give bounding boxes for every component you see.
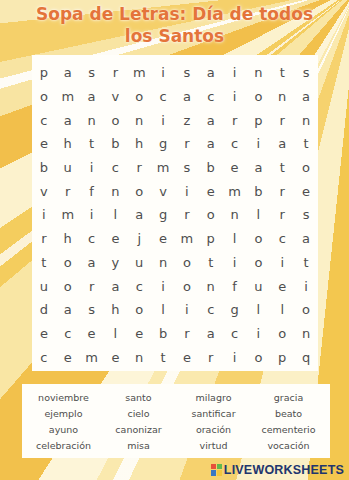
- grid-cell[interactable]: b: [151, 322, 175, 346]
- grid-cell[interactable]: o: [199, 203, 223, 227]
- grid-cell[interactable]: a: [104, 274, 128, 298]
- grid-cell[interactable]: c: [223, 322, 247, 346]
- grid-cell[interactable]: h: [56, 227, 80, 251]
- grid-cell[interactable]: e: [32, 322, 56, 346]
- grid-cell[interactable]: n: [199, 274, 223, 298]
- grid-cell[interactable]: e: [270, 274, 294, 298]
- grid-cell[interactable]: o: [127, 85, 151, 109]
- grid-cell[interactable]: f: [223, 274, 247, 298]
- grid-cell[interactable]: c: [32, 345, 56, 369]
- grid-cell[interactable]: m: [151, 156, 175, 180]
- grid-cell[interactable]: a: [80, 85, 104, 109]
- grid-cell[interactable]: r: [56, 179, 80, 203]
- grid-cell[interactable]: o: [32, 85, 56, 109]
- grid-cell[interactable]: n: [127, 345, 151, 369]
- grid-cell[interactable]: a: [80, 251, 104, 275]
- grid-cell[interactable]: r: [199, 345, 223, 369]
- grid-cell[interactable]: i: [247, 322, 271, 346]
- grid-cell[interactable]: a: [199, 132, 223, 156]
- grid-cell[interactable]: s: [175, 156, 199, 180]
- grid-cell[interactable]: h: [127, 132, 151, 156]
- grid-cell[interactable]: s: [80, 298, 104, 322]
- grid-cell[interactable]: r: [127, 156, 151, 180]
- grid-cell[interactable]: i: [175, 298, 199, 322]
- grid-cell[interactable]: r: [32, 227, 56, 251]
- grid-cell[interactable]: m: [127, 61, 151, 85]
- grid-cell[interactable]: o: [270, 322, 294, 346]
- page-title: Sopa de Letras: Día de todos los Santos: [29, 4, 321, 48]
- grid-cell[interactable]: i: [247, 132, 271, 156]
- grid-cell[interactable]: n: [223, 203, 247, 227]
- grid-cell[interactable]: g: [151, 203, 175, 227]
- grid-cell[interactable]: q: [294, 345, 318, 369]
- grid-cell[interactable]: c: [199, 298, 223, 322]
- grid-cell[interactable]: m: [223, 179, 247, 203]
- grid-cell[interactable]: n: [270, 85, 294, 109]
- grid-cell[interactable]: t: [32, 251, 56, 275]
- grid-cell[interactable]: c: [80, 227, 104, 251]
- grid-cell[interactable]: a: [56, 61, 80, 85]
- grid-cell[interactable]: e: [175, 345, 199, 369]
- grid-cell[interactable]: g: [151, 132, 175, 156]
- grid-cell[interactable]: c: [199, 85, 223, 109]
- grid-cell[interactable]: l: [223, 227, 247, 251]
- grid-cell[interactable]: e: [56, 345, 80, 369]
- grid-cell[interactable]: e: [151, 227, 175, 251]
- grid-cell[interactable]: e: [104, 345, 128, 369]
- grid-cell[interactable]: b: [32, 156, 56, 180]
- grid-cell[interactable]: y: [104, 251, 128, 275]
- logo-text: LIVEWORKSHEETS: [224, 463, 344, 477]
- word-list-item: ejemplo: [26, 408, 101, 419]
- grid-cell[interactable]: p: [247, 108, 271, 132]
- grid-cell[interactable]: h: [104, 298, 128, 322]
- grid-cell[interactable]: e: [199, 179, 223, 203]
- grid-cell[interactable]: i: [151, 108, 175, 132]
- word-list-item: santificar: [176, 408, 251, 419]
- grid-cell[interactable]: a: [270, 132, 294, 156]
- grid-cell[interactable]: v: [32, 179, 56, 203]
- grid-cell[interactable]: l: [247, 203, 271, 227]
- logo-icon-square: [211, 470, 216, 476]
- grid-cell[interactable]: o: [294, 298, 318, 322]
- grid-cell[interactable]: v: [104, 85, 128, 109]
- word-list: noviembresantomilagrograciaejemplocielos…: [22, 384, 330, 455]
- grid-cell[interactable]: i: [151, 61, 175, 85]
- grid-cell[interactable]: n: [151, 251, 175, 275]
- grid-cell[interactable]: i: [32, 203, 56, 227]
- grid-cell[interactable]: u: [127, 251, 151, 275]
- word-list-item: vocación: [251, 440, 326, 451]
- grid-cell[interactable]: a: [199, 61, 223, 85]
- grid-cell[interactable]: p: [32, 61, 56, 85]
- grid-cell[interactable]: o: [247, 345, 271, 369]
- grid-cell[interactable]: i: [270, 251, 294, 275]
- grid-cell[interactable]: p: [199, 227, 223, 251]
- grid-cell[interactable]: i: [151, 274, 175, 298]
- grid-cell[interactable]: i: [223, 61, 247, 85]
- word-list-item: oración: [176, 424, 251, 435]
- grid-cell[interactable]: a: [56, 108, 80, 132]
- grid-cell[interactable]: n: [127, 108, 151, 132]
- grid-cell[interactable]: r: [175, 132, 199, 156]
- grid-cell[interactable]: e: [104, 227, 128, 251]
- word-list-item: virtud: [176, 440, 251, 451]
- grid-cell[interactable]: s: [294, 61, 318, 85]
- grid-cell[interactable]: l: [151, 298, 175, 322]
- grid-cell[interactable]: c: [32, 108, 56, 132]
- grid-cell[interactable]: i: [80, 203, 104, 227]
- grid-cell[interactable]: a: [56, 298, 80, 322]
- grid-cell[interactable]: i: [223, 345, 247, 369]
- grid-cell[interactable]: b: [247, 179, 271, 203]
- logo-icon-square: [217, 470, 222, 476]
- grid-cell[interactable]: v: [151, 179, 175, 203]
- grid-cell[interactable]: o: [175, 274, 199, 298]
- grid-cell[interactable]: z: [175, 108, 199, 132]
- word-list-item: cementerio: [251, 424, 326, 435]
- grid-cell[interactable]: o: [104, 108, 128, 132]
- word-list-item: santo: [101, 392, 176, 403]
- grid-cell[interactable]: n: [104, 179, 128, 203]
- grid-cell[interactable]: t: [294, 251, 318, 275]
- grid-cell[interactable]: u: [247, 274, 271, 298]
- word-list-item: noviembre: [26, 392, 101, 403]
- grid-cell[interactable]: i: [223, 251, 247, 275]
- grid-cell[interactable]: s: [294, 203, 318, 227]
- grid-cell[interactable]: o: [56, 274, 80, 298]
- grid-cell[interactable]: r: [270, 203, 294, 227]
- grid-cell[interactable]: u: [32, 274, 56, 298]
- grid-cell[interactable]: n: [80, 108, 104, 132]
- grid-cell[interactable]: a: [294, 227, 318, 251]
- grid-cell[interactable]: o: [247, 251, 271, 275]
- grid-cell[interactable]: a: [175, 85, 199, 109]
- grid-cell[interactable]: n: [247, 61, 271, 85]
- grid-cell[interactable]: o: [294, 156, 318, 180]
- grid-cell[interactable]: c: [223, 132, 247, 156]
- grid-cell[interactable]: b: [199, 156, 223, 180]
- grid-cell[interactable]: i: [294, 274, 318, 298]
- grid-cell[interactable]: p: [270, 345, 294, 369]
- grid-cell[interactable]: j: [127, 227, 151, 251]
- grid-cell[interactable]: r: [175, 203, 199, 227]
- word-list-item: canonizar: [101, 424, 176, 435]
- grid-cell[interactable]: m: [56, 203, 80, 227]
- grid-cell[interactable]: c: [56, 322, 80, 346]
- grid-cell[interactable]: e: [223, 156, 247, 180]
- grid-cell[interactable]: c: [127, 274, 151, 298]
- grid-cell[interactable]: a: [247, 156, 271, 180]
- word-list-item: beato: [251, 408, 326, 419]
- word-list-item: ayuno: [26, 424, 101, 435]
- grid-cell[interactable]: e: [294, 179, 318, 203]
- grid-cell[interactable]: e: [127, 322, 151, 346]
- grid-cell[interactable]: m: [80, 345, 104, 369]
- word-list-panel: noviembresantomilagrograciaejemplocielos…: [22, 384, 330, 458]
- grid-cell[interactable]: t: [294, 132, 318, 156]
- grid-cell[interactable]: r: [175, 322, 199, 346]
- word-list-item: gracia: [251, 392, 326, 403]
- word-list-item: milagro: [176, 392, 251, 403]
- grid-cell[interactable]: m: [56, 85, 80, 109]
- grid-cell[interactable]: t: [80, 132, 104, 156]
- grid-cell[interactable]: o: [247, 85, 271, 109]
- grid-cell[interactable]: l: [270, 298, 294, 322]
- grid-cell[interactable]: c: [104, 156, 128, 180]
- grid-cell[interactable]: c: [151, 85, 175, 109]
- grid-cell[interactable]: h: [56, 132, 80, 156]
- grid-cell[interactable]: a: [294, 85, 318, 109]
- grid-cell[interactable]: l: [104, 203, 128, 227]
- grid-cell[interactable]: t: [270, 156, 294, 180]
- grid-cell[interactable]: o: [56, 251, 80, 275]
- grid-cell[interactable]: o: [127, 298, 151, 322]
- worksheet-page: Sopa de Letras: Día de todos los Santos …: [0, 0, 349, 480]
- grid-cell[interactable]: a: [199, 322, 223, 346]
- logo-icon-square: [211, 464, 216, 469]
- grid-cell[interactable]: a: [199, 108, 223, 132]
- grid-cell[interactable]: f: [80, 179, 104, 203]
- grid-cell[interactable]: d: [32, 298, 56, 322]
- liveworksheets-icon: [211, 464, 222, 476]
- grid-cell[interactable]: r: [80, 274, 104, 298]
- grid-cell[interactable]: e: [80, 322, 104, 346]
- grid-cell[interactable]: i: [175, 179, 199, 203]
- grid-cell[interactable]: r: [270, 108, 294, 132]
- grid-cell[interactable]: i: [80, 156, 104, 180]
- liveworksheets-logo[interactable]: LIVEWORKSHEETS: [211, 463, 344, 477]
- grid-cell[interactable]: s: [175, 61, 199, 85]
- word-list-item: cielo: [101, 408, 176, 419]
- grid-cell[interactable]: n: [294, 322, 318, 346]
- grid-cell[interactable]: a: [127, 203, 151, 227]
- grid-cell[interactable]: l: [247, 298, 271, 322]
- grid-cell[interactable]: l: [104, 322, 128, 346]
- grid-cell[interactable]: t: [270, 61, 294, 85]
- grid-cell[interactable]: t: [199, 251, 223, 275]
- grid-cell[interactable]: r: [104, 61, 128, 85]
- grid-cell[interactable]: b: [104, 132, 128, 156]
- grid-cell[interactable]: m: [175, 227, 199, 251]
- grid-cell[interactable]: u: [56, 156, 80, 180]
- letter-grid: pasrmisaintsomavocacionacanonizarprnehtb…: [32, 55, 318, 371]
- word-list-item: celebración: [26, 440, 101, 451]
- grid-cell[interactable]: n: [294, 108, 318, 132]
- grid-cell[interactable]: t: [151, 345, 175, 369]
- grid-cell[interactable]: r: [223, 108, 247, 132]
- word-list-item: misa: [101, 440, 176, 451]
- grid-cell[interactable]: i: [223, 85, 247, 109]
- grid-cell[interactable]: o: [247, 227, 271, 251]
- grid-cell[interactable]: g: [223, 298, 247, 322]
- grid-cell[interactable]: o: [175, 251, 199, 275]
- grid-cell[interactable]: r: [270, 179, 294, 203]
- grid-cell[interactable]: o: [127, 179, 151, 203]
- grid-cell[interactable]: e: [32, 132, 56, 156]
- logo-icon-square: [217, 464, 222, 469]
- word-search-board: pasrmisaintsomavocacionacanonizarprnehtb…: [32, 55, 318, 371]
- grid-cell[interactable]: s: [80, 61, 104, 85]
- grid-cell[interactable]: c: [270, 227, 294, 251]
